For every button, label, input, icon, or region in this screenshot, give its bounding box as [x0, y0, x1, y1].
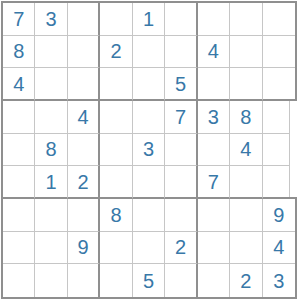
cell-r4c5[interactable]	[133, 101, 165, 134]
cell-r5c4[interactable]	[100, 134, 132, 167]
cell-r8c4[interactable]	[100, 232, 132, 265]
cell-r1c3[interactable]	[68, 3, 100, 36]
cell-r4c3[interactable]: 4	[68, 101, 100, 134]
cell-r9c6[interactable]	[165, 264, 197, 297]
cell-r1c9[interactable]	[263, 3, 295, 36]
cell-r6c8[interactable]	[230, 166, 262, 199]
cell-r3c5[interactable]	[133, 68, 165, 101]
cell-r7c4[interactable]: 8	[100, 199, 132, 232]
cell-r6c6[interactable]	[165, 166, 197, 199]
cell-r7c7[interactable]	[198, 199, 230, 232]
cell-r1c1[interactable]: 7	[3, 3, 35, 36]
cell-r4c6[interactable]: 7	[165, 101, 197, 134]
cell-r5c2[interactable]: 8	[35, 134, 67, 167]
cell-r8c7[interactable]	[198, 232, 230, 265]
cell-r2c4[interactable]: 2	[100, 36, 132, 69]
cell-r8c1[interactable]	[3, 232, 35, 265]
cell-r5c1[interactable]	[3, 134, 35, 167]
board-edge-gap	[289, 101, 298, 197]
cell-r2c8[interactable]	[230, 36, 262, 69]
cell-r1c2[interactable]: 3	[35, 3, 67, 36]
cell-r3c8[interactable]	[230, 68, 262, 101]
cell-r4c2[interactable]	[35, 101, 67, 134]
cell-r3c6[interactable]: 5	[165, 68, 197, 101]
cell-r2c1[interactable]: 8	[3, 36, 35, 69]
cell-r2c7[interactable]: 4	[198, 36, 230, 69]
cell-r1c8[interactable]	[230, 3, 262, 36]
cell-r7c3[interactable]	[68, 199, 100, 232]
cell-r5c5[interactable]: 3	[133, 134, 165, 167]
cell-r8c8[interactable]	[230, 232, 262, 265]
cell-r1c7[interactable]	[198, 3, 230, 36]
cell-r7c1[interactable]	[3, 199, 35, 232]
cell-r8c3[interactable]: 9	[68, 232, 100, 265]
sudoku-board: 73182445473883412789924523	[1, 1, 297, 299]
cell-r7c6[interactable]	[165, 199, 197, 232]
cell-r8c6[interactable]: 2	[165, 232, 197, 265]
cell-r7c5[interactable]	[133, 199, 165, 232]
cell-r5c3[interactable]	[68, 134, 100, 167]
cell-r6c2[interactable]: 1	[35, 166, 67, 199]
cell-r2c6[interactable]	[165, 36, 197, 69]
cell-r6c4[interactable]	[100, 166, 132, 199]
cell-r1c6[interactable]	[165, 3, 197, 36]
cell-r6c3[interactable]: 2	[68, 166, 100, 199]
cell-r1c4[interactable]	[100, 3, 132, 36]
cell-r6c7[interactable]: 7	[198, 166, 230, 199]
cell-r7c2[interactable]	[35, 199, 67, 232]
cell-r9c9[interactable]: 3	[263, 264, 295, 297]
cell-r3c4[interactable]	[100, 68, 132, 101]
cell-r3c2[interactable]	[35, 68, 67, 101]
cell-r8c2[interactable]	[35, 232, 67, 265]
cell-r4c4[interactable]	[100, 101, 132, 134]
cell-r7c9[interactable]: 9	[263, 199, 295, 232]
cell-r4c1[interactable]	[3, 101, 35, 134]
cell-r6c1[interactable]	[3, 166, 35, 199]
cell-r5c7[interactable]	[198, 134, 230, 167]
cell-r9c1[interactable]	[3, 264, 35, 297]
cell-r8c9[interactable]: 4	[263, 232, 295, 265]
cell-r7c8[interactable]	[230, 199, 262, 232]
cell-r6c5[interactable]	[133, 166, 165, 199]
cell-r9c5[interactable]: 5	[133, 264, 165, 297]
cell-r5c6[interactable]	[165, 134, 197, 167]
cell-r2c9[interactable]	[263, 36, 295, 69]
cell-r9c7[interactable]	[198, 264, 230, 297]
cell-r1c5[interactable]: 1	[133, 3, 165, 36]
cell-r3c7[interactable]	[198, 68, 230, 101]
cell-r9c2[interactable]	[35, 264, 67, 297]
cell-r2c2[interactable]	[35, 36, 67, 69]
cell-r9c4[interactable]	[100, 264, 132, 297]
cell-r2c5[interactable]	[133, 36, 165, 69]
cell-r2c3[interactable]	[68, 36, 100, 69]
cell-r5c8[interactable]: 4	[230, 134, 262, 167]
cell-r8c5[interactable]	[133, 232, 165, 265]
cell-r4c8[interactable]: 8	[230, 101, 262, 134]
cell-r9c3[interactable]	[68, 264, 100, 297]
cell-r3c3[interactable]	[68, 68, 100, 101]
cell-r9c8[interactable]: 2	[230, 264, 262, 297]
cell-r3c1[interactable]: 4	[3, 68, 35, 101]
cell-r3c9[interactable]	[263, 68, 295, 101]
cell-r4c7[interactable]: 3	[198, 101, 230, 134]
